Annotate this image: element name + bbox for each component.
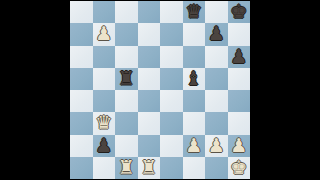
square-f1[interactable] <box>183 157 206 179</box>
square-d2[interactable] <box>138 135 161 157</box>
square-c1[interactable]: ♜ <box>115 157 138 179</box>
square-f3[interactable] <box>183 112 206 134</box>
square-d7[interactable] <box>138 23 161 45</box>
square-c4[interactable] <box>115 90 138 112</box>
square-c5[interactable]: ♜ <box>115 68 138 90</box>
square-g1[interactable] <box>205 157 228 179</box>
square-a6[interactable] <box>70 46 93 68</box>
square-d1[interactable]: ♜ <box>138 157 161 179</box>
square-h3[interactable] <box>228 112 251 134</box>
square-c8[interactable] <box>115 1 138 23</box>
piece-black-rook[interactable]: ♜ <box>118 67 135 89</box>
square-h6[interactable]: ♟ <box>228 46 251 68</box>
square-g8[interactable] <box>205 1 228 23</box>
square-h7[interactable] <box>228 23 251 45</box>
square-b6[interactable] <box>93 46 116 68</box>
square-a3[interactable] <box>70 112 93 134</box>
piece-white-rook[interactable]: ♜ <box>140 156 157 178</box>
square-c3[interactable] <box>115 112 138 134</box>
square-f6[interactable] <box>183 46 206 68</box>
square-h5[interactable] <box>228 68 251 90</box>
square-h1[interactable]: ♚ <box>228 157 251 179</box>
square-g6[interactable] <box>205 46 228 68</box>
square-f7[interactable] <box>183 23 206 45</box>
square-b4[interactable] <box>93 90 116 112</box>
piece-black-queen[interactable]: ♛ <box>185 0 202 22</box>
square-g4[interactable] <box>205 90 228 112</box>
square-d5[interactable] <box>138 68 161 90</box>
square-f8[interactable]: ♛ <box>183 1 206 23</box>
square-a1[interactable] <box>70 157 93 179</box>
square-a5[interactable] <box>70 68 93 90</box>
square-c2[interactable] <box>115 135 138 157</box>
chess-app-canvas: ♛♚♟♟♟♜♝♛♟♟♟♟♜♜♚ <box>0 0 320 180</box>
piece-white-queen[interactable]: ♛ <box>95 111 112 133</box>
piece-black-bishop[interactable]: ♝ <box>185 67 202 89</box>
square-b7[interactable]: ♟ <box>93 23 116 45</box>
square-b5[interactable] <box>93 68 116 90</box>
square-g3[interactable] <box>205 112 228 134</box>
square-h8[interactable]: ♚ <box>228 1 251 23</box>
square-g7[interactable]: ♟ <box>205 23 228 45</box>
square-a8[interactable] <box>70 1 93 23</box>
piece-white-king[interactable]: ♚ <box>230 156 247 178</box>
square-a2[interactable] <box>70 135 93 157</box>
square-a7[interactable] <box>70 23 93 45</box>
chess-board: ♛♚♟♟♟♜♝♛♟♟♟♟♜♜♚ <box>70 1 250 179</box>
piece-black-pawn[interactable]: ♟ <box>95 134 112 156</box>
square-h4[interactable] <box>228 90 251 112</box>
square-d6[interactable] <box>138 46 161 68</box>
square-e4[interactable] <box>160 90 183 112</box>
piece-black-pawn[interactable]: ♟ <box>208 22 225 44</box>
square-g2[interactable]: ♟ <box>205 135 228 157</box>
piece-black-pawn[interactable]: ♟ <box>230 45 247 67</box>
piece-white-pawn[interactable]: ♟ <box>95 22 112 44</box>
square-b8[interactable] <box>93 1 116 23</box>
square-e1[interactable] <box>160 157 183 179</box>
square-e5[interactable] <box>160 68 183 90</box>
piece-white-pawn[interactable]: ♟ <box>230 134 247 156</box>
piece-white-pawn[interactable]: ♟ <box>208 134 225 156</box>
square-f4[interactable] <box>183 90 206 112</box>
square-e7[interactable] <box>160 23 183 45</box>
square-b3[interactable]: ♛ <box>93 112 116 134</box>
square-a4[interactable] <box>70 90 93 112</box>
square-d8[interactable] <box>138 1 161 23</box>
square-g5[interactable] <box>205 68 228 90</box>
square-f5[interactable]: ♝ <box>183 68 206 90</box>
piece-white-rook[interactable]: ♜ <box>118 156 135 178</box>
square-e8[interactable] <box>160 1 183 23</box>
square-d3[interactable] <box>138 112 161 134</box>
piece-black-king[interactable]: ♚ <box>230 0 247 22</box>
square-e6[interactable] <box>160 46 183 68</box>
square-e2[interactable] <box>160 135 183 157</box>
square-c7[interactable] <box>115 23 138 45</box>
piece-white-pawn[interactable]: ♟ <box>185 134 202 156</box>
square-b2[interactable]: ♟ <box>93 135 116 157</box>
square-e3[interactable] <box>160 112 183 134</box>
square-d4[interactable] <box>138 90 161 112</box>
square-b1[interactable] <box>93 157 116 179</box>
square-c6[interactable] <box>115 46 138 68</box>
square-f2[interactable]: ♟ <box>183 135 206 157</box>
square-h2[interactable]: ♟ <box>228 135 251 157</box>
